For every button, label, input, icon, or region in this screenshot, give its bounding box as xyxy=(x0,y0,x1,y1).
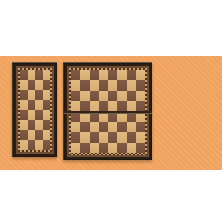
board-square xyxy=(90,80,99,90)
board-square xyxy=(117,132,126,142)
board-square xyxy=(35,140,43,150)
board-square xyxy=(71,101,80,111)
board-square xyxy=(117,143,126,153)
board-square xyxy=(35,70,43,80)
board-square xyxy=(28,100,36,110)
board-square xyxy=(35,90,43,100)
board-square xyxy=(99,122,108,132)
board-square xyxy=(28,130,36,140)
board-square xyxy=(71,70,80,80)
board-square xyxy=(136,91,145,101)
board-square xyxy=(117,80,126,90)
board-square xyxy=(28,110,36,120)
board-square xyxy=(80,80,89,90)
board-square xyxy=(71,80,80,90)
board-square xyxy=(43,130,51,140)
board-square xyxy=(127,143,136,153)
wood-border xyxy=(16,66,54,154)
board-square xyxy=(127,70,136,80)
board-square xyxy=(80,91,89,101)
board-square xyxy=(71,122,80,132)
board-square xyxy=(20,140,28,150)
board-square xyxy=(20,90,28,100)
board-square xyxy=(20,100,28,110)
page-background xyxy=(0,0,222,222)
board-square xyxy=(28,120,36,130)
board-square xyxy=(136,132,145,142)
board-square xyxy=(136,80,145,90)
board-square xyxy=(80,143,89,153)
board-square xyxy=(99,80,108,90)
mosaic-border xyxy=(18,68,52,152)
board-square xyxy=(108,80,117,90)
board-square xyxy=(35,100,43,110)
hinge-seam xyxy=(64,111,152,114)
board-square xyxy=(35,80,43,90)
board-square xyxy=(20,70,28,80)
board-square xyxy=(90,101,99,111)
board-square xyxy=(99,91,108,101)
open-chessboard xyxy=(63,62,152,160)
board-square xyxy=(136,70,145,80)
board-square xyxy=(80,101,89,111)
board-square xyxy=(108,70,117,80)
board-square xyxy=(108,143,117,153)
board-square xyxy=(108,122,117,132)
board-square xyxy=(43,80,51,90)
board-square xyxy=(20,110,28,120)
board-square xyxy=(90,143,99,153)
board-square xyxy=(43,90,51,100)
board-square xyxy=(117,91,126,101)
board-square xyxy=(136,143,145,153)
board-square xyxy=(43,120,51,130)
board-square xyxy=(99,70,108,80)
board-square xyxy=(117,122,126,132)
board-square xyxy=(71,91,80,101)
board-square xyxy=(28,70,36,80)
board-square xyxy=(80,122,89,132)
board-square xyxy=(99,132,108,142)
board-square xyxy=(127,122,136,132)
board-square xyxy=(127,132,136,142)
board-square xyxy=(90,91,99,101)
board-square xyxy=(80,70,89,80)
board-square xyxy=(90,122,99,132)
board-square xyxy=(71,132,80,142)
board-square xyxy=(28,80,36,90)
board-square xyxy=(43,110,51,120)
board-square xyxy=(35,130,43,140)
board-square xyxy=(43,140,51,150)
board-square xyxy=(35,110,43,120)
board-square xyxy=(108,132,117,142)
board-square xyxy=(99,101,108,111)
board-square xyxy=(71,143,80,153)
folded-chessboard xyxy=(12,62,57,157)
board-square xyxy=(117,101,126,111)
board-square xyxy=(127,80,136,90)
board-square xyxy=(80,132,89,142)
board-square xyxy=(20,130,28,140)
board-square xyxy=(28,90,36,100)
board-grid xyxy=(20,70,50,150)
board-square xyxy=(136,101,145,111)
board-square xyxy=(28,140,36,150)
board-square xyxy=(90,132,99,142)
board-square xyxy=(90,70,99,80)
board-square xyxy=(127,101,136,111)
board-square xyxy=(43,100,51,110)
board-square xyxy=(35,120,43,130)
board-square xyxy=(20,80,28,90)
board-square xyxy=(108,101,117,111)
board-square xyxy=(117,70,126,80)
board-square xyxy=(20,120,28,130)
board-square xyxy=(127,91,136,101)
board-square xyxy=(136,122,145,132)
board-square xyxy=(43,70,51,80)
board-square xyxy=(108,91,117,101)
board-square xyxy=(99,143,108,153)
